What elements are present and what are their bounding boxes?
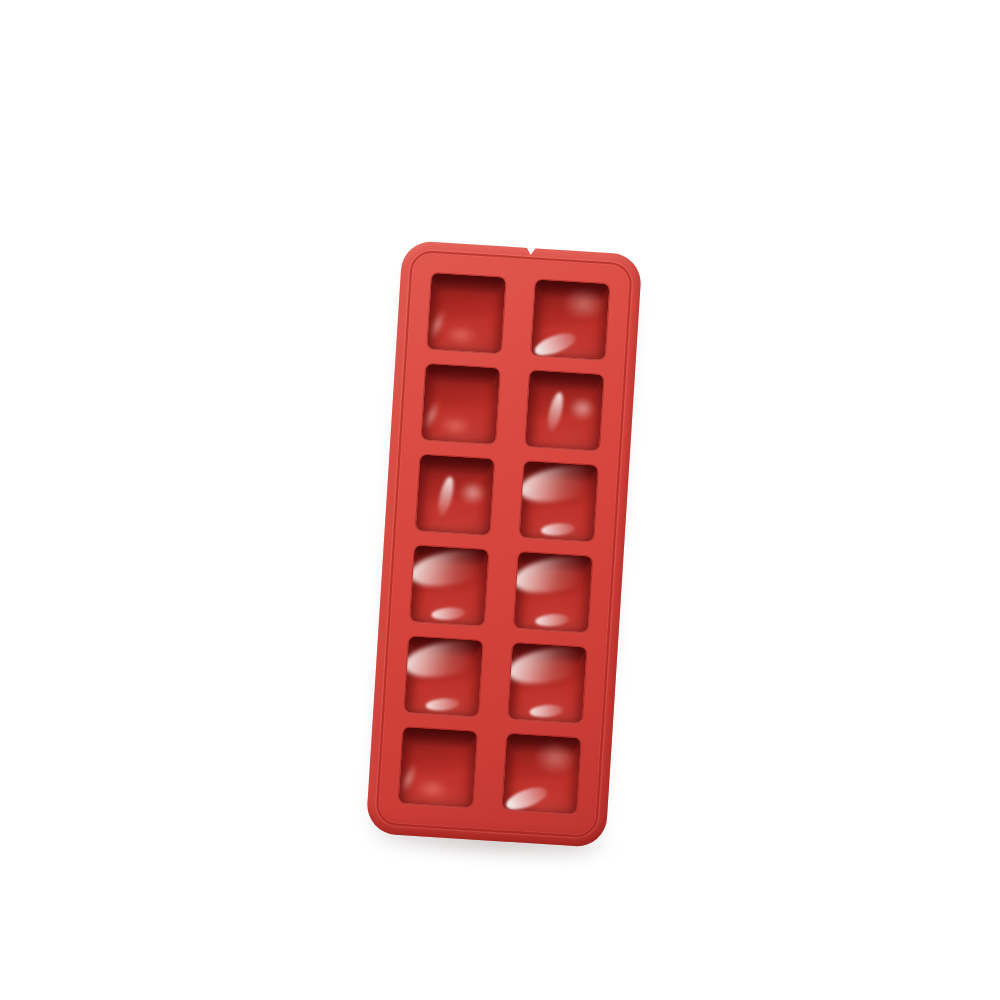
gloss-highlight bbox=[529, 704, 564, 719]
gloss-highlight bbox=[436, 475, 457, 516]
gloss-highlight bbox=[438, 415, 473, 437]
gloss-highlight bbox=[540, 522, 575, 537]
cavity-r1c2 bbox=[531, 279, 610, 359]
cavity-grid bbox=[366, 240, 643, 848]
gloss-highlight bbox=[504, 783, 550, 814]
gloss-highlight bbox=[535, 613, 570, 628]
cavity-r5c1 bbox=[404, 636, 483, 716]
ice-cube-tray bbox=[366, 240, 643, 848]
cavity-wall-shadow bbox=[425, 364, 500, 387]
cavity-r6c2 bbox=[502, 734, 581, 814]
product-photo-canvas bbox=[0, 0, 1000, 1000]
gloss-highlight bbox=[444, 324, 479, 346]
cavity-r3c2 bbox=[519, 461, 598, 541]
gloss-highlight bbox=[425, 697, 460, 712]
cavity-wall-shadow bbox=[431, 273, 506, 296]
cavity-r5c2 bbox=[508, 643, 587, 723]
cavity-wall-shadow bbox=[517, 552, 592, 575]
gloss-highlight bbox=[399, 762, 420, 795]
cavity-r1c1 bbox=[427, 273, 506, 353]
gloss-highlight bbox=[459, 480, 487, 506]
cavity-r2c2 bbox=[525, 370, 604, 450]
cavity-wall-shadow bbox=[419, 455, 494, 478]
gloss-highlight bbox=[545, 391, 566, 432]
cavity-r4c2 bbox=[514, 552, 593, 632]
gloss-highlight bbox=[532, 329, 578, 360]
cavity-r6c1 bbox=[399, 727, 478, 807]
gloss-highlight bbox=[415, 778, 450, 800]
cavity-r3c1 bbox=[416, 455, 495, 535]
gloss-highlight bbox=[568, 396, 596, 422]
cavity-r4c1 bbox=[410, 545, 489, 625]
gloss-highlight bbox=[421, 398, 442, 431]
cavity-wall-shadow bbox=[506, 734, 581, 757]
cavity-wall-shadow bbox=[512, 643, 587, 666]
cavity-wall-shadow bbox=[529, 370, 604, 393]
gloss-highlight bbox=[431, 606, 466, 621]
cavity-wall-shadow bbox=[523, 461, 598, 484]
cavity-wall-shadow bbox=[408, 636, 483, 659]
cavity-r2c1 bbox=[421, 364, 500, 444]
gloss-highlight bbox=[427, 308, 448, 341]
cavity-wall-shadow bbox=[535, 279, 610, 302]
cavity-wall-shadow bbox=[414, 545, 489, 568]
cavity-wall-shadow bbox=[402, 727, 477, 750]
